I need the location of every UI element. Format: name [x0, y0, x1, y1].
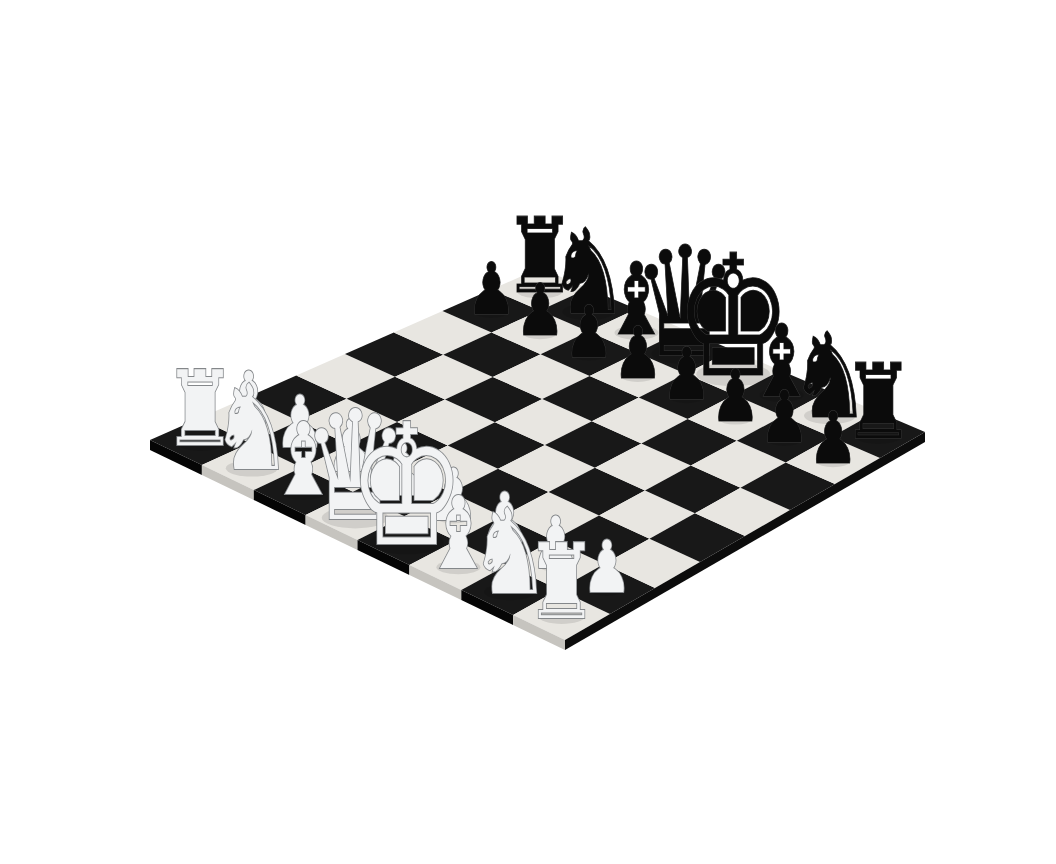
black-pawn-g7: ♟: [759, 375, 809, 459]
black-pawn-d7: ♟: [613, 311, 663, 395]
black-pawn-f7: ♟: [710, 354, 760, 438]
black-pawn-b7: ♟: [515, 268, 565, 352]
black-pawn-e7: ♟: [661, 332, 711, 416]
black-pawn-h7: ♟: [808, 396, 858, 480]
black-pawn-c7: ♟: [564, 290, 614, 374]
chessboard: ♜♞♟♝♟♛♟♚♟♝♟♞♟♟♜♟♜♟♟♞♟♝♟♛♟♚♟♟♝♟♞♜: [0, 0, 1056, 864]
product-photo-scene: ♜♞♟♝♟♛♟♚♟♝♟♞♟♟♜♟♜♟♟♞♟♝♟♛♟♚♟♟♝♟♞♜: [0, 0, 1056, 864]
white-rook-h1: ♜: [525, 521, 598, 643]
black-pawn-a7: ♟: [466, 247, 516, 331]
